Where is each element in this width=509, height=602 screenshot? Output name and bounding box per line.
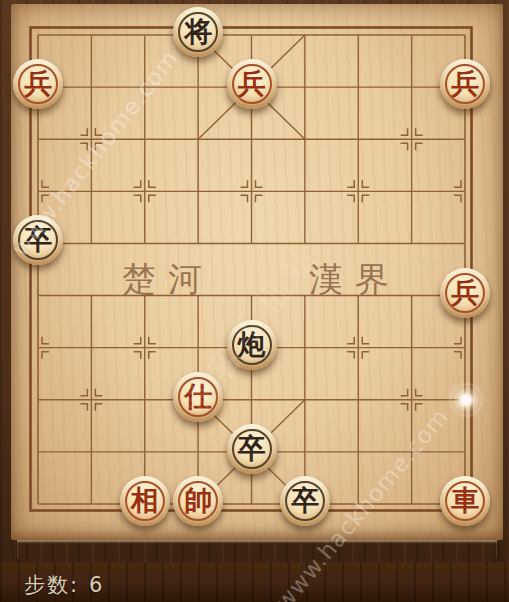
piece-black-soldier[interactable]: 卒 [280,476,330,526]
step-count-label: 步数: [24,571,79,599]
piece-red-soldier[interactable]: 兵 [440,59,490,109]
piece-red-soldier[interactable]: 兵 [13,59,63,109]
piece-character: 車 [440,476,490,526]
piece-character: 帥 [173,476,223,526]
piece-red-soldier[interactable]: 兵 [227,59,277,109]
piece-character: 兵 [440,268,490,318]
piece-character: 卒 [13,215,63,265]
piece-red-elephant[interactable]: 相 [120,476,170,526]
piece-black-general[interactable]: 将 [173,7,223,57]
piece-character: 将 [173,7,223,57]
step-count-value: 6 [89,573,102,597]
piece-character: 相 [120,476,170,526]
piece-character: 卒 [280,476,330,526]
piece-character: 兵 [13,59,63,109]
piece-red-general[interactable]: 帥 [173,476,223,526]
piece-black-soldier[interactable]: 卒 [227,424,277,474]
piece-character: 兵 [440,59,490,109]
piece-red-soldier[interactable]: 兵 [440,268,490,318]
piece-character: 卒 [227,424,277,474]
piece-red-advisor[interactable]: 仕 [173,372,223,422]
piece-character: 仕 [173,372,223,422]
piece-black-soldier[interactable]: 卒 [13,215,63,265]
xiangqi-app-screen: 楚河漢界 将兵兵兵卒兵炮仕卒相帥卒車 步数: 6 www.hackhome.co… [0,0,509,602]
river-label-right: 漢界 [309,259,401,299]
piece-black-cannon[interactable]: 炮 [227,320,277,370]
highlight-glow-dot [451,385,481,415]
piece-character: 兵 [227,59,277,109]
piece-character: 炮 [227,320,277,370]
status-bar: 步数: 6 [24,571,102,599]
piece-red-chariot[interactable]: 車 [440,476,490,526]
river-label-left: 楚河 [122,259,214,299]
